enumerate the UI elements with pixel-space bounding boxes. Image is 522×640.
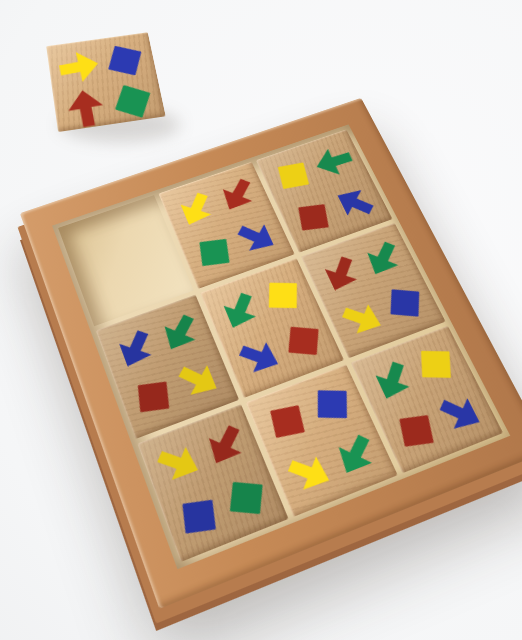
red-square-glyph <box>137 382 168 413</box>
yellow-square-glyph <box>421 351 451 378</box>
puzzle-tray <box>20 98 522 609</box>
red-square-glyph <box>399 415 433 447</box>
red-square-glyph <box>270 405 305 438</box>
yellow-square-glyph <box>268 283 296 308</box>
blue-square-glyph <box>390 290 419 317</box>
red-square-glyph <box>288 327 318 355</box>
green-square-glyph <box>199 239 229 266</box>
photo-scene <box>0 0 522 640</box>
puzzle-grid <box>58 129 503 562</box>
tray-wrap <box>36 36 506 616</box>
blue-square-glyph <box>317 391 346 419</box>
green-square-glyph <box>229 482 262 514</box>
tray-floor <box>52 124 510 569</box>
red-square-glyph <box>298 204 329 230</box>
yellow-square-glyph <box>277 163 308 190</box>
blue-square-glyph <box>182 500 215 534</box>
